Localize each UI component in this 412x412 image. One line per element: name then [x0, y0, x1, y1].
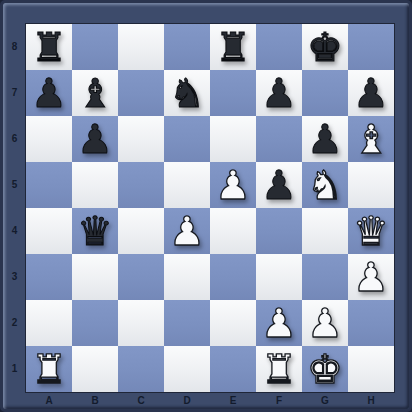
file-label-d: D — [164, 393, 210, 412]
square-f8[interactable] — [256, 24, 302, 70]
square-d5[interactable] — [164, 162, 210, 208]
square-e1[interactable] — [210, 346, 256, 392]
square-h4[interactable]: ♛ — [348, 208, 394, 254]
black-pawn[interactable]: ♟ — [261, 162, 297, 208]
square-g7[interactable] — [302, 70, 348, 116]
chess-board: ♜♜♚♟♝♞♟♟♟♟♝♟♟♞♛♟♛♟♟♟♜♜♚ — [26, 24, 394, 392]
square-f4[interactable] — [256, 208, 302, 254]
rank-label-8: 8 — [3, 24, 26, 70]
square-e6[interactable] — [210, 116, 256, 162]
square-h2[interactable] — [348, 300, 394, 346]
file-label-a: A — [26, 393, 72, 412]
black-pawn[interactable]: ♟ — [353, 70, 389, 116]
square-a5[interactable] — [26, 162, 72, 208]
black-pawn[interactable]: ♟ — [77, 116, 113, 162]
square-a2[interactable] — [26, 300, 72, 346]
square-h3[interactable]: ♟ — [348, 254, 394, 300]
square-e5[interactable]: ♟ — [210, 162, 256, 208]
square-h1[interactable] — [348, 346, 394, 392]
square-g3[interactable] — [302, 254, 348, 300]
white-pawn[interactable]: ♟ — [261, 300, 297, 346]
square-a6[interactable] — [26, 116, 72, 162]
rank-label-2: 2 — [3, 300, 26, 346]
square-g1[interactable]: ♚ — [302, 346, 348, 392]
white-king[interactable]: ♚ — [307, 346, 343, 392]
black-knight[interactable]: ♞ — [169, 70, 205, 116]
square-h8[interactable] — [348, 24, 394, 70]
rank-label-1: 1 — [3, 346, 26, 392]
square-d7[interactable]: ♞ — [164, 70, 210, 116]
black-rook[interactable]: ♜ — [215, 24, 251, 70]
square-d1[interactable] — [164, 346, 210, 392]
square-g5[interactable]: ♞ — [302, 162, 348, 208]
square-d8[interactable] — [164, 24, 210, 70]
rank-label-5: 5 — [3, 162, 26, 208]
square-d4[interactable]: ♟ — [164, 208, 210, 254]
square-c1[interactable] — [118, 346, 164, 392]
black-pawn[interactable]: ♟ — [307, 116, 343, 162]
square-b6[interactable]: ♟ — [72, 116, 118, 162]
file-label-h: H — [348, 393, 394, 412]
square-b3[interactable] — [72, 254, 118, 300]
black-king[interactable]: ♚ — [307, 24, 343, 70]
file-label-f: F — [256, 393, 302, 412]
square-h6[interactable]: ♝ — [348, 116, 394, 162]
square-c2[interactable] — [118, 300, 164, 346]
black-pawn[interactable]: ♟ — [261, 70, 297, 116]
square-e4[interactable] — [210, 208, 256, 254]
white-pawn[interactable]: ♟ — [215, 162, 251, 208]
black-bishop[interactable]: ♝ — [77, 70, 113, 116]
square-b8[interactable] — [72, 24, 118, 70]
black-rook[interactable]: ♜ — [31, 24, 67, 70]
square-g8[interactable]: ♚ — [302, 24, 348, 70]
square-c6[interactable] — [118, 116, 164, 162]
square-g4[interactable] — [302, 208, 348, 254]
square-e2[interactable] — [210, 300, 256, 346]
square-c7[interactable] — [118, 70, 164, 116]
square-h5[interactable] — [348, 162, 394, 208]
square-f1[interactable]: ♜ — [256, 346, 302, 392]
rank-labels: 87654321 — [3, 24, 26, 392]
white-queen[interactable]: ♛ — [353, 208, 389, 254]
rank-label-4: 4 — [3, 208, 26, 254]
square-b2[interactable] — [72, 300, 118, 346]
square-d6[interactable] — [164, 116, 210, 162]
black-pawn[interactable]: ♟ — [31, 70, 67, 116]
chess-board-frame: 87654321 ♜♜♚♟♝♞♟♟♟♟♝♟♟♞♛♟♛♟♟♟♜♜♚ ABCDEFG… — [0, 0, 412, 412]
square-f6[interactable] — [256, 116, 302, 162]
square-a4[interactable] — [26, 208, 72, 254]
white-pawn[interactable]: ♟ — [169, 208, 205, 254]
square-f2[interactable]: ♟ — [256, 300, 302, 346]
file-labels: ABCDEFGH — [26, 393, 394, 412]
square-a8[interactable]: ♜ — [26, 24, 72, 70]
square-a3[interactable] — [26, 254, 72, 300]
square-f7[interactable]: ♟ — [256, 70, 302, 116]
file-label-b: B — [72, 393, 118, 412]
square-g2[interactable]: ♟ — [302, 300, 348, 346]
square-e8[interactable]: ♜ — [210, 24, 256, 70]
white-pawn[interactable]: ♟ — [353, 254, 389, 300]
square-d3[interactable] — [164, 254, 210, 300]
square-c8[interactable] — [118, 24, 164, 70]
black-queen[interactable]: ♛ — [77, 208, 113, 254]
square-a7[interactable]: ♟ — [26, 70, 72, 116]
square-c3[interactable] — [118, 254, 164, 300]
white-pawn[interactable]: ♟ — [307, 300, 343, 346]
square-h7[interactable]: ♟ — [348, 70, 394, 116]
file-label-g: G — [302, 393, 348, 412]
square-b5[interactable] — [72, 162, 118, 208]
white-rook[interactable]: ♜ — [261, 346, 297, 392]
file-label-c: C — [118, 393, 164, 412]
square-e3[interactable] — [210, 254, 256, 300]
rank-label-3: 3 — [3, 254, 26, 300]
square-b7[interactable]: ♝ — [72, 70, 118, 116]
rank-label-7: 7 — [3, 70, 26, 116]
square-a1[interactable]: ♜ — [26, 346, 72, 392]
square-g6[interactable]: ♟ — [302, 116, 348, 162]
square-f5[interactable]: ♟ — [256, 162, 302, 208]
white-rook[interactable]: ♜ — [31, 346, 67, 392]
square-b4[interactable]: ♛ — [72, 208, 118, 254]
file-label-e: E — [210, 393, 256, 412]
square-b1[interactable] — [72, 346, 118, 392]
square-c4[interactable] — [118, 208, 164, 254]
rank-label-6: 6 — [3, 116, 26, 162]
square-f3[interactable] — [256, 254, 302, 300]
square-c5[interactable] — [118, 162, 164, 208]
white-bishop[interactable]: ♝ — [353, 116, 389, 162]
square-d2[interactable] — [164, 300, 210, 346]
square-e7[interactable] — [210, 70, 256, 116]
white-knight[interactable]: ♞ — [307, 162, 343, 208]
